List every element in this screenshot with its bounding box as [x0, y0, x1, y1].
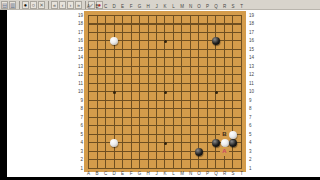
coord-left-3: 3	[75, 149, 83, 155]
stone-white-d16[interactable]	[110, 37, 118, 45]
erase-tool-icon[interactable]: ✕	[38, 1, 45, 9]
coord-right-7: 7	[249, 115, 257, 121]
coord-right-2: 2	[249, 157, 257, 163]
coord-right-14: 14	[249, 55, 257, 61]
coord-left-13: 13	[75, 64, 83, 70]
coord-left-19: 19	[75, 13, 83, 19]
coord-left-16: 16	[75, 38, 83, 44]
new-game-icon[interactable]: ▤	[1, 1, 8, 9]
hoshi-q10	[215, 91, 218, 94]
goban: BA	[84, 11, 246, 172]
hoshi-k10	[164, 91, 167, 94]
screen-bottom-border	[0, 177, 320, 180]
screen-left-border	[0, 10, 7, 180]
coord-left-12: 12	[75, 72, 83, 78]
coord-left-1: 1	[75, 166, 83, 172]
label-b-r5[interactable]: B	[220, 130, 229, 139]
coord-left-6: 6	[75, 123, 83, 129]
coord-right-13: 13	[249, 64, 257, 70]
coord-right-5: 5	[249, 132, 257, 138]
open-file-icon[interactable]: ▥	[9, 1, 16, 9]
coord-right-16: 16	[249, 38, 257, 44]
coord-left-4: 4	[75, 140, 83, 146]
hoshi-k16	[164, 40, 167, 43]
coord-left-10: 10	[75, 89, 83, 95]
stone-black-q4[interactable]	[212, 139, 220, 147]
stone-white-s5[interactable]	[229, 131, 237, 139]
coord-right-17: 17	[249, 30, 257, 36]
coord-left-14: 14	[75, 55, 83, 61]
stone-white-r4[interactable]	[221, 139, 229, 147]
coord-top-t: T	[237, 4, 246, 10]
toolbar-separator	[48, 1, 49, 9]
right-side-panel	[257, 10, 320, 177]
left-side-panel	[7, 10, 76, 177]
last-move-icon[interactable]: »	[75, 1, 82, 9]
coord-right-8: 8	[249, 106, 257, 112]
coord-left-9: 9	[75, 98, 83, 104]
coord-right-4: 4	[249, 140, 257, 146]
coord-left-18: 18	[75, 21, 83, 27]
stone-black-s4[interactable]	[229, 139, 237, 147]
coord-right-18: 18	[249, 21, 257, 27]
first-move-icon[interactable]: «	[51, 1, 58, 9]
black-stone-tool-icon[interactable]: ●	[22, 1, 29, 9]
coord-left-17: 17	[75, 30, 83, 36]
app-window: { "game": "go", "toolbar": { "icons": [ …	[0, 0, 320, 180]
coord-right-10: 10	[249, 89, 257, 95]
coord-right-9: 9	[249, 98, 257, 104]
next-move-icon[interactable]: ›	[67, 1, 74, 9]
coord-left-8: 8	[75, 106, 83, 112]
coord-left-2: 2	[75, 157, 83, 163]
coord-left-15: 15	[75, 47, 83, 53]
coord-right-1: 1	[249, 166, 257, 172]
coord-right-3: 3	[249, 149, 257, 155]
coord-right-12: 12	[249, 72, 257, 78]
toolbar-separator	[19, 1, 20, 9]
coord-right-15: 15	[249, 47, 257, 53]
hoshi-d10	[113, 91, 116, 94]
coord-left-5: 5	[75, 132, 83, 138]
coord-right-19: 19	[249, 13, 257, 19]
coord-right-6: 6	[249, 123, 257, 129]
prev-move-icon[interactable]: ‹	[59, 1, 66, 9]
stone-black-o3[interactable]	[195, 148, 203, 156]
stone-black-q16[interactable]	[212, 37, 220, 45]
coord-left-7: 7	[75, 115, 83, 121]
stone-white-d4[interactable]	[110, 139, 118, 147]
label-a-r3[interactable]: A	[220, 147, 229, 156]
hoshi-k4	[164, 142, 167, 145]
coord-left-11: 11	[75, 81, 83, 87]
white-stone-tool-icon[interactable]: ○	[30, 1, 37, 9]
coord-right-11: 11	[249, 81, 257, 87]
